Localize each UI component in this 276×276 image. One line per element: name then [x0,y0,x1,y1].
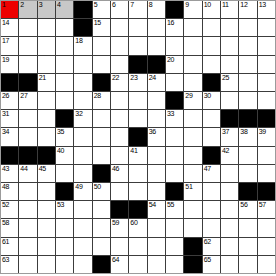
cell-r9c13[interactable] [239,165,256,182]
clue-number-55: 55 [167,201,174,209]
clue-number-45: 45 [39,165,46,173]
cell-r10c2[interactable] [38,183,55,200]
cell-r6c9[interactable]: 33 [166,110,183,127]
cell-r8c8[interactable] [148,147,165,164]
black-cell-r3c7 [129,56,146,73]
clue-number-14: 14 [2,19,9,27]
crossword-puzzle: 1234567891011121314151617181920212223242… [0,0,276,276]
clue-number-16: 16 [167,19,174,27]
cell-r14c7[interactable] [129,256,146,273]
cell-r10c7[interactable] [129,183,146,200]
black-cell-r10c9 [166,183,183,200]
clue-number-39: 39 [259,128,266,136]
cell-r13c2[interactable] [38,238,55,255]
cell-r13c8[interactable] [148,238,165,255]
clue-number-33: 33 [167,110,174,118]
cell-r7c13[interactable]: 38 [239,128,256,145]
cell-r7c12[interactable]: 37 [221,128,238,145]
cell-r5c7[interactable] [129,92,146,109]
cell-r8c13[interactable] [239,147,256,164]
cell-r6c11[interactable] [203,110,220,127]
clue-number-31: 31 [2,110,9,118]
cell-r6c2[interactable] [38,110,55,127]
clue-number-10: 10 [204,1,211,9]
cell-r9c14[interactable] [258,165,275,182]
cell-r10c6[interactable] [111,183,128,200]
cell-r9c10[interactable] [184,165,201,182]
cell-r11c12[interactable] [221,201,238,218]
cell-r6c0[interactable]: 31 [1,110,18,127]
clue-number-54: 54 [149,201,156,209]
black-cell-r8c2 [38,147,55,164]
cell-r12c10[interactable] [184,219,201,236]
cell-r4c6[interactable]: 22 [111,74,128,91]
clue-number-7: 7 [130,1,134,9]
cell-r0c11[interactable]: 10 [203,1,220,18]
clue-number-62: 62 [204,238,211,246]
clue-number-3: 3 [39,1,43,9]
black-cell-r6c12 [221,110,238,127]
cell-r5c6[interactable] [111,92,128,109]
cell-r4c8[interactable]: 24 [148,74,165,91]
cell-r2c9[interactable] [166,37,183,54]
cell-r11c10[interactable] [184,201,201,218]
black-cell-r6c14 [258,110,275,127]
cell-r12c3[interactable] [56,219,73,236]
cell-r6c8[interactable] [148,110,165,127]
clue-number-50: 50 [94,183,101,191]
cell-r13c7[interactable] [129,238,146,255]
cell-r14c1[interactable] [19,256,36,273]
cell-r6c6[interactable] [111,110,128,127]
cell-r11c0[interactable]: 52 [1,201,18,218]
cell-r14c14[interactable] [258,256,275,273]
cell-r2c1[interactable] [19,37,36,54]
cell-r4c2[interactable]: 21 [38,74,55,91]
crossword-board: 1234567891011121314151617181920212223242… [0,0,276,274]
cell-r9c4[interactable] [74,165,91,182]
cell-r14c6[interactable]: 64 [111,256,128,273]
cell-r5c12[interactable] [221,92,238,109]
cell-r0c13[interactable]: 12 [239,1,256,18]
cell-r0c12[interactable]: 11 [221,1,238,18]
clue-number-4: 4 [57,1,61,9]
cell-r3c9[interactable]: 20 [166,56,183,73]
cell-r5c11[interactable]: 30 [203,92,220,109]
cell-r13c13[interactable] [239,238,256,255]
black-cell-r4c5 [93,74,110,91]
cell-r2c10[interactable] [184,37,201,54]
black-cell-r14c10 [184,256,201,273]
clue-number-42: 42 [222,147,229,155]
clue-number-48: 48 [2,183,9,191]
clue-number-9: 9 [185,1,189,9]
black-cell-r8c11 [203,147,220,164]
clue-number-13: 13 [259,1,266,9]
cell-r4c7[interactable]: 23 [129,74,146,91]
cell-r6c7[interactable] [129,110,146,127]
cell-r4c10[interactable] [184,74,201,91]
cell-r14c3[interactable] [56,256,73,273]
cell-r10c10[interactable]: 51 [184,183,201,200]
cell-r1c9[interactable]: 16 [166,19,183,36]
cell-r1c3[interactable] [56,19,73,36]
cell-r11c9[interactable]: 55 [166,201,183,218]
black-cell-r11c7 [129,201,146,218]
clue-number-34: 34 [2,128,9,136]
black-cell-r4c11 [203,74,220,91]
cell-r6c1[interactable] [19,110,36,127]
cell-r7c1[interactable] [19,128,36,145]
cell-r2c12[interactable] [221,37,238,54]
cell-r5c8[interactable] [148,92,165,109]
clue-number-56: 56 [240,201,247,209]
clue-number-15: 15 [94,19,101,27]
cell-r11c8[interactable]: 54 [148,201,165,218]
cell-r13c12[interactable] [221,238,238,255]
cell-r13c14[interactable] [258,238,275,255]
cell-r11c14[interactable]: 57 [258,201,275,218]
cell-r4c13[interactable] [239,74,256,91]
cell-r7c3[interactable]: 35 [56,128,73,145]
cell-r11c4[interactable] [74,201,91,218]
cell-r2c11[interactable] [203,37,220,54]
cell-r14c11[interactable]: 65 [203,256,220,273]
cell-r8c12[interactable]: 42 [221,147,238,164]
black-cell-r9c5 [93,165,110,182]
black-cell-r8c1 [19,147,36,164]
cell-r9c8[interactable] [148,165,165,182]
clue-number-12: 12 [240,1,247,9]
cell-r8c3[interactable]: 40 [56,147,73,164]
cell-r14c0[interactable]: 63 [1,256,18,273]
cell-r14c4[interactable] [74,256,91,273]
cell-r14c13[interactable] [239,256,256,273]
cell-r5c4[interactable] [74,92,91,109]
cell-r4c3[interactable] [56,74,73,91]
cell-r12c9[interactable] [166,219,183,236]
cell-r8c5[interactable] [93,147,110,164]
cell-r12c1[interactable] [19,219,36,236]
cell-r12c5[interactable] [93,219,110,236]
cell-r11c13[interactable]: 56 [239,201,256,218]
black-cell-r10c3 [56,183,73,200]
cell-r13c3[interactable] [56,238,73,255]
cell-r1c5[interactable]: 15 [93,19,110,36]
black-cell-r5c9 [166,92,183,109]
clue-number-18: 18 [75,37,82,45]
cell-r8c14[interactable] [258,147,275,164]
cell-r12c0[interactable]: 58 [1,219,18,236]
cell-r0c8[interactable]: 8 [148,1,165,18]
cell-r9c6[interactable]: 46 [111,165,128,182]
clue-number-8: 8 [149,1,153,9]
highlighted-cell-r0c3[interactable]: 4 [56,1,73,18]
clue-number-24: 24 [149,74,156,82]
cell-r2c14[interactable] [258,37,275,54]
black-cell-r6c13 [239,110,256,127]
cell-r9c2[interactable]: 45 [38,165,55,182]
cell-r4c12[interactable]: 25 [221,74,238,91]
clue-number-58: 58 [2,219,9,227]
cell-r13c0[interactable]: 61 [1,238,18,255]
cell-r14c9[interactable] [166,256,183,273]
cell-r4c9[interactable] [166,74,183,91]
clue-number-64: 64 [112,256,119,264]
cell-r11c1[interactable] [19,201,36,218]
cell-r13c4[interactable] [74,238,91,255]
cell-r2c6[interactable] [111,37,128,54]
clue-number-59: 59 [112,219,119,227]
cell-r0c14[interactable]: 13 [258,1,275,18]
highlighted-cell-r0c1[interactable]: 2 [19,1,36,18]
cell-r11c5[interactable] [93,201,110,218]
cell-r7c2[interactable] [38,128,55,145]
cell-r9c7[interactable] [129,165,146,182]
clue-number-43: 43 [2,165,9,173]
cell-r9c9[interactable] [166,165,183,182]
cell-r1c10[interactable] [184,19,201,36]
cell-r10c4[interactable]: 49 [74,183,91,200]
cell-r10c0[interactable]: 48 [1,183,18,200]
cell-r1c6[interactable] [111,19,128,36]
clue-number-57: 57 [259,201,266,209]
cell-r7c11[interactable] [203,128,220,145]
cell-r11c3[interactable]: 53 [56,201,73,218]
cell-r11c2[interactable] [38,201,55,218]
cell-r14c2[interactable] [38,256,55,273]
black-cell-r10c13 [239,183,256,200]
black-cell-r1c4 [74,19,91,36]
cell-r3c3[interactable] [56,56,73,73]
clue-number-44: 44 [20,165,27,173]
clue-number-37: 37 [222,128,229,136]
cell-r10c11[interactable] [203,183,220,200]
black-cell-r0c4 [74,1,91,18]
clue-number-38: 38 [240,128,247,136]
cell-r5c5[interactable]: 28 [93,92,110,109]
cell-r8c6[interactable] [111,147,128,164]
cell-r7c8[interactable]: 36 [148,128,165,145]
cell-r10c5[interactable]: 50 [93,183,110,200]
cell-r1c7[interactable] [129,19,146,36]
cell-r0c10[interactable]: 9 [184,1,201,18]
cell-r1c0[interactable]: 14 [1,19,18,36]
black-cell-r0c9 [166,1,183,18]
black-cell-r13c10 [184,238,201,255]
cell-r6c10[interactable] [184,110,201,127]
black-cell-r8c0 [1,147,18,164]
cell-r1c2[interactable] [38,19,55,36]
clue-number-27: 27 [20,92,27,100]
cell-r13c11[interactable]: 62 [203,238,220,255]
clue-number-20: 20 [167,56,174,64]
cell-r5c1[interactable]: 27 [19,92,36,109]
cell-r2c8[interactable] [148,37,165,54]
cell-r9c0[interactable]: 43 [1,165,18,182]
clue-number-53: 53 [57,201,64,209]
cell-r1c14[interactable] [258,19,275,36]
cell-r8c10[interactable] [184,147,201,164]
cell-r14c8[interactable] [148,256,165,273]
cell-r3c6[interactable] [111,56,128,73]
cell-r2c13[interactable] [239,37,256,54]
cell-r6c5[interactable] [93,110,110,127]
clue-number-32: 32 [75,110,82,118]
black-cell-r3c8 [148,56,165,73]
cell-r13c6[interactable] [111,238,128,255]
clue-number-19: 19 [2,56,9,64]
cell-r12c8[interactable] [148,219,165,236]
cell-r2c7[interactable] [129,37,146,54]
selected-cell-r0c0[interactable]: 1 [1,1,18,18]
cell-r10c1[interactable] [19,183,36,200]
cell-r0c5[interactable]: 5 [93,1,110,18]
cell-r11c11[interactable] [203,201,220,218]
cell-r10c8[interactable] [148,183,165,200]
clue-number-36: 36 [149,128,156,136]
cell-r7c5[interactable] [93,128,110,145]
cell-r5c10[interactable]: 29 [184,92,201,109]
clue-number-23: 23 [130,74,137,82]
clue-number-52: 52 [2,201,9,209]
cell-r3c11[interactable] [203,56,220,73]
cell-r12c6[interactable]: 59 [111,219,128,236]
cell-r1c1[interactable] [19,19,36,36]
clue-number-5: 5 [94,1,98,9]
clue-number-46: 46 [112,165,119,173]
clue-number-47: 47 [204,165,211,173]
cell-r0c6[interactable]: 6 [111,1,128,18]
cell-r1c13[interactable] [239,19,256,36]
cell-r12c12[interactable] [221,219,238,236]
cell-r12c4[interactable] [74,219,91,236]
cell-r2c5[interactable] [93,37,110,54]
cell-r5c14[interactable] [258,92,275,109]
cell-r0c7[interactable]: 7 [129,1,146,18]
cell-r4c14[interactable] [258,74,275,91]
cell-r7c9[interactable] [166,128,183,145]
black-cell-r11c6 [111,201,128,218]
cell-r14c12[interactable] [221,256,238,273]
cell-r9c1[interactable]: 44 [19,165,36,182]
cell-r2c0[interactable]: 17 [1,37,18,54]
cell-r2c4[interactable]: 18 [74,37,91,54]
cell-r7c6[interactable] [111,128,128,145]
cell-r13c1[interactable] [19,238,36,255]
clue-number-26: 26 [2,92,9,100]
clue-number-1: 1 [2,1,6,9]
clue-number-11: 11 [222,1,229,9]
cell-r3c2[interactable] [38,56,55,73]
cell-r12c13[interactable] [239,219,256,236]
cell-r5c0[interactable]: 26 [1,92,18,109]
cell-r9c11[interactable]: 47 [203,165,220,182]
cell-r1c12[interactable] [221,19,238,36]
cell-r3c12[interactable] [221,56,238,73]
cell-r12c11[interactable] [203,219,220,236]
cell-r9c3[interactable] [56,165,73,182]
clue-number-49: 49 [75,183,82,191]
cell-r7c14[interactable]: 39 [258,128,275,145]
cell-r3c5[interactable] [93,56,110,73]
clue-number-2: 2 [20,1,24,9]
clue-number-6: 6 [112,1,116,9]
cell-r13c5[interactable] [93,238,110,255]
clue-number-60: 60 [130,219,137,227]
cell-r12c2[interactable] [38,219,55,236]
cell-r2c3[interactable] [56,37,73,54]
cell-r4c4[interactable] [74,74,91,91]
cell-r3c13[interactable] [239,56,256,73]
clue-number-41: 41 [130,147,137,155]
cell-r7c4[interactable] [74,128,91,145]
cell-r12c14[interactable] [258,219,275,236]
clue-number-21: 21 [39,74,46,82]
cell-r8c7[interactable]: 41 [129,147,146,164]
clue-number-30: 30 [204,92,211,100]
highlighted-cell-r0c2[interactable]: 3 [38,1,55,18]
clue-number-65: 65 [204,256,211,264]
clue-number-40: 40 [57,147,64,155]
black-cell-r14c5 [93,256,110,273]
clue-number-51: 51 [185,183,192,191]
cell-r7c10[interactable] [184,128,201,145]
cell-r5c2[interactable] [38,92,55,109]
cell-r10c12[interactable] [221,183,238,200]
clue-number-35: 35 [57,128,64,136]
clue-number-22: 22 [112,74,119,82]
black-cell-r7c7 [129,128,146,145]
cell-r8c4[interactable] [74,147,91,164]
cell-r1c11[interactable] [203,19,220,36]
cell-r12c7[interactable]: 60 [129,219,146,236]
clue-number-29: 29 [185,92,192,100]
cell-r9c12[interactable] [221,165,238,182]
clue-number-28: 28 [94,92,101,100]
cell-r3c10[interactable] [184,56,201,73]
cell-r13c9[interactable] [166,238,183,255]
cell-r7c0[interactable]: 34 [1,128,18,145]
cell-r3c4[interactable] [74,56,91,73]
cell-r5c13[interactable] [239,92,256,109]
clue-number-17: 17 [2,37,9,45]
black-cell-r10c14 [258,183,275,200]
clue-number-61: 61 [2,238,9,246]
clue-number-25: 25 [222,74,229,82]
cell-r2c2[interactable] [38,37,55,54]
cell-r8c9[interactable] [166,147,183,164]
black-cell-r4c0 [1,74,18,91]
cell-r1c8[interactable] [148,19,165,36]
clue-number-63: 63 [2,256,9,264]
black-cell-r6c3 [56,110,73,127]
cell-r6c4[interactable]: 32 [74,110,91,127]
black-cell-r4c1 [19,74,36,91]
cell-r3c1[interactable] [19,56,36,73]
cell-r5c3[interactable] [56,92,73,109]
cell-r3c0[interactable]: 19 [1,56,18,73]
cell-r3c14[interactable] [258,56,275,73]
